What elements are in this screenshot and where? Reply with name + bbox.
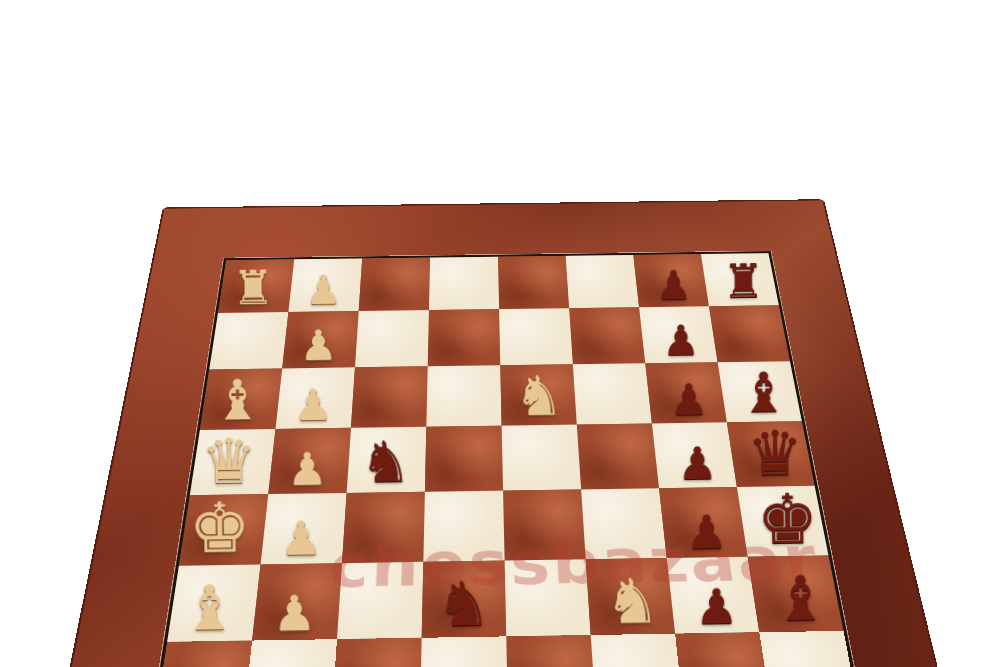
square-a6[interactable] bbox=[566, 255, 639, 308]
piece-white-bishop-c1[interactable]: ♝ bbox=[200, 372, 276, 428]
piece-white-pawn-d2[interactable]: ♟ bbox=[268, 446, 347, 492]
piece-white-pawn-e2[interactable]: ♟ bbox=[260, 514, 342, 562]
piece-white-pawn-c2[interactable]: ♟ bbox=[275, 383, 351, 428]
piece-black-pawn-b7[interactable]: ♟ bbox=[645, 319, 718, 362]
square-a2[interactable]: ♟ bbox=[288, 258, 362, 312]
square-a5[interactable] bbox=[498, 256, 569, 309]
square-b4[interactable] bbox=[428, 309, 501, 366]
board-perspective-wrapper: ♜♟♟♜♟♟♝♟♞♟♝♛♟♞♟♛♚♟♟♚♝♟♞♞♟♝♟♟♜♟♟♜ chessba… bbox=[22, 200, 991, 667]
piece-black-pawn-e7[interactable]: ♟ bbox=[666, 508, 747, 556]
piece-black-pawn-g7[interactable]: ♟ bbox=[683, 661, 771, 667]
square-f1[interactable]: ♝ bbox=[167, 564, 260, 642]
piece-black-queen-d8[interactable]: ♛ bbox=[736, 422, 814, 485]
piece-white-pawn-b2[interactable]: ♟ bbox=[282, 324, 355, 367]
piece-white-rook-a1[interactable]: ♜ bbox=[218, 264, 289, 312]
piece-black-rook-a8[interactable]: ♜ bbox=[708, 257, 778, 305]
square-a3[interactable] bbox=[359, 258, 430, 311]
square-b1[interactable] bbox=[209, 312, 288, 369]
product-photo-scene: ♜♟♟♜♟♟♝♟♞♟♝♛♟♞♟♛♚♟♟♚♝♟♞♞♟♝♟♟♜♟♟♜ chessba… bbox=[0, 0, 1000, 667]
square-b3[interactable] bbox=[355, 310, 429, 367]
square-f8[interactable]: ♝ bbox=[748, 556, 844, 633]
square-c4[interactable] bbox=[426, 365, 501, 426]
square-a7[interactable]: ♟ bbox=[633, 254, 709, 307]
square-c7[interactable]: ♟ bbox=[645, 362, 727, 423]
piece-white-knight-f6[interactable]: ♞ bbox=[590, 570, 675, 633]
square-b5[interactable] bbox=[499, 308, 573, 365]
square-g8[interactable] bbox=[759, 631, 859, 667]
square-b2[interactable]: ♟ bbox=[282, 311, 359, 368]
piece-white-king-e1[interactable]: ♚ bbox=[178, 494, 260, 564]
square-e2[interactable]: ♟ bbox=[261, 493, 347, 565]
piece-black-king-e8[interactable]: ♚ bbox=[747, 485, 829, 555]
square-d3[interactable]: ♞ bbox=[347, 427, 427, 493]
piece-black-pawn-f7[interactable]: ♟ bbox=[674, 582, 759, 632]
square-a8[interactable]: ♜ bbox=[701, 253, 779, 306]
chess-board-wooden-border: ♜♟♟♜♟♟♝♟♞♟♝♛♟♞♟♛♚♟♟♚♝♟♞♞♟♝♟♟♜♟♟♜ chessba… bbox=[22, 200, 991, 667]
piece-black-pawn-a7[interactable]: ♟ bbox=[638, 265, 708, 306]
piece-white-bishop-f1[interactable]: ♝ bbox=[167, 577, 253, 640]
piece-white-queen-d1[interactable]: ♛ bbox=[189, 430, 268, 493]
square-g1[interactable] bbox=[154, 641, 252, 667]
square-d1[interactable]: ♛ bbox=[190, 429, 276, 495]
square-d4[interactable] bbox=[425, 426, 503, 492]
square-c5[interactable]: ♞ bbox=[500, 364, 577, 425]
square-d2[interactable]: ♟ bbox=[268, 428, 351, 494]
square-c6[interactable] bbox=[573, 363, 652, 424]
square-d6[interactable] bbox=[577, 423, 659, 489]
piece-black-knight-f4[interactable]: ♞ bbox=[421, 573, 506, 636]
piece-white-pawn-a2[interactable]: ♟ bbox=[288, 269, 359, 310]
piece-white-pawn-f2[interactable]: ♟ bbox=[252, 588, 337, 638]
piece-black-bishop-c8[interactable]: ♝ bbox=[726, 365, 801, 421]
square-g6[interactable] bbox=[591, 634, 684, 667]
piece-black-pawn-d7[interactable]: ♟ bbox=[658, 440, 736, 486]
square-e7[interactable]: ♟ bbox=[659, 487, 748, 558]
square-b8[interactable] bbox=[709, 305, 790, 362]
square-c8[interactable]: ♝ bbox=[718, 361, 802, 422]
square-g5[interactable] bbox=[506, 635, 596, 667]
chess-board: ♜♟♟♜♟♟♝♟♞♟♝♛♟♞♟♛♚♟♟♚♝♟♞♞♟♝♟♟♜♟♟♜ bbox=[136, 251, 881, 667]
square-b6[interactable] bbox=[569, 307, 645, 364]
square-e8[interactable]: ♚ bbox=[737, 486, 829, 557]
square-a1[interactable]: ♜ bbox=[218, 259, 294, 313]
square-g3[interactable] bbox=[331, 638, 421, 667]
piece-white-knight-c5[interactable]: ♞ bbox=[501, 368, 577, 424]
piece-black-pawn-c7[interactable]: ♟ bbox=[651, 377, 726, 421]
square-b7[interactable]: ♟ bbox=[639, 306, 718, 363]
square-d5[interactable] bbox=[502, 425, 581, 491]
square-c3[interactable] bbox=[351, 366, 428, 427]
square-c1[interactable]: ♝ bbox=[200, 368, 282, 430]
square-g2[interactable]: ♟ bbox=[243, 639, 337, 667]
square-a4[interactable] bbox=[429, 257, 499, 310]
square-d7[interactable]: ♟ bbox=[652, 422, 737, 488]
square-c2[interactable]: ♟ bbox=[275, 367, 354, 429]
square-d8[interactable]: ♛ bbox=[727, 421, 815, 487]
square-g7[interactable]: ♟ bbox=[675, 632, 772, 667]
square-e1[interactable]: ♚ bbox=[179, 494, 268, 566]
piece-black-bishop-f8[interactable]: ♝ bbox=[758, 567, 843, 630]
square-f2[interactable]: ♟ bbox=[252, 563, 342, 640]
piece-black-knight-d3[interactable]: ♞ bbox=[346, 433, 425, 491]
square-g4[interactable] bbox=[420, 636, 508, 667]
